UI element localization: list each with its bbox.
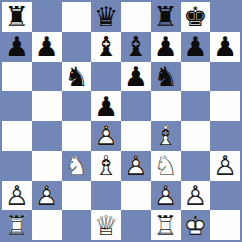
square-d3[interactable]: ♝♗ (91, 151, 121, 181)
black-bishop[interactable]: ♝ (124, 33, 148, 60)
square-a7[interactable]: ♟ (2, 32, 32, 62)
white-knight[interactable]: ♞♘ (154, 152, 178, 179)
white-king[interactable]: ♚♔ (183, 212, 207, 239)
black-king[interactable]: ♚ (183, 3, 207, 30)
white-pawn[interactable]: ♟♙ (5, 182, 29, 209)
white-pawn[interactable]: ♟♙ (35, 182, 59, 209)
square-e4[interactable] (121, 121, 151, 151)
square-c6[interactable]: ♞ (62, 62, 92, 92)
square-e8[interactable] (121, 2, 151, 32)
square-g6[interactable] (181, 62, 211, 92)
square-d8[interactable]: ♛ (91, 2, 121, 32)
square-c2[interactable] (62, 181, 92, 211)
black-knight[interactable]: ♞ (64, 63, 88, 90)
square-d7[interactable]: ♝ (91, 32, 121, 62)
square-c4[interactable] (62, 121, 92, 151)
square-c5[interactable] (62, 91, 92, 121)
square-h3[interactable]: ♟♙ (210, 151, 240, 181)
black-pawn[interactable]: ♟ (35, 33, 59, 60)
square-f7[interactable]: ♟ (151, 32, 181, 62)
square-f4[interactable]: ♝♗ (151, 121, 181, 151)
square-h8[interactable] (210, 2, 240, 32)
square-e5[interactable] (121, 91, 151, 121)
black-pawn[interactable]: ♟ (154, 33, 178, 60)
black-pawn[interactable]: ♟ (124, 63, 148, 90)
square-c7[interactable] (62, 32, 92, 62)
white-bishop[interactable]: ♝♗ (154, 122, 178, 149)
square-e3[interactable]: ♟♙ (121, 151, 151, 181)
square-f6[interactable]: ♞ (151, 62, 181, 92)
square-h1[interactable] (210, 210, 240, 240)
square-d1[interactable]: ♛♕ (91, 210, 121, 240)
square-b2[interactable]: ♟♙ (32, 181, 62, 211)
square-h4[interactable] (210, 121, 240, 151)
square-a6[interactable] (2, 62, 32, 92)
square-b3[interactable] (32, 151, 62, 181)
square-d2[interactable] (91, 181, 121, 211)
black-knight[interactable]: ♞ (154, 63, 178, 90)
square-b7[interactable]: ♟ (32, 32, 62, 62)
square-a8[interactable]: ♜ (2, 2, 32, 32)
square-g1[interactable]: ♚♔ (181, 210, 211, 240)
black-rook[interactable]: ♜ (5, 3, 29, 30)
black-pawn[interactable]: ♟ (94, 93, 118, 120)
white-pawn[interactable]: ♟♙ (124, 152, 148, 179)
square-a3[interactable] (2, 151, 32, 181)
square-h6[interactable] (210, 62, 240, 92)
square-f5[interactable] (151, 91, 181, 121)
square-f3[interactable]: ♞♘ (151, 151, 181, 181)
white-pawn[interactable]: ♟♙ (154, 182, 178, 209)
square-b1[interactable] (32, 210, 62, 240)
square-d4[interactable]: ♟♙ (91, 121, 121, 151)
square-f8[interactable]: ♜ (151, 2, 181, 32)
square-b8[interactable] (32, 2, 62, 32)
square-a5[interactable] (2, 91, 32, 121)
white-pawn[interactable]: ♟♙ (183, 182, 207, 209)
square-g2[interactable]: ♟♙ (181, 181, 211, 211)
square-e7[interactable]: ♝ (121, 32, 151, 62)
square-e2[interactable] (121, 181, 151, 211)
square-c1[interactable] (62, 210, 92, 240)
square-g3[interactable] (181, 151, 211, 181)
square-a4[interactable] (2, 121, 32, 151)
square-f2[interactable]: ♟♙ (151, 181, 181, 211)
square-h5[interactable] (210, 91, 240, 121)
white-rook[interactable]: ♜♖ (154, 212, 178, 239)
square-c8[interactable] (62, 2, 92, 32)
black-bishop[interactable]: ♝ (94, 33, 118, 60)
square-g7[interactable]: ♟ (181, 32, 211, 62)
white-pawn[interactable]: ♟♙ (213, 152, 237, 179)
square-f1[interactable]: ♜♖ (151, 210, 181, 240)
square-b6[interactable] (32, 62, 62, 92)
chess-board: ♜♛♜♚♟♟♝♝♟♟♟♞♟♞♟♟♙♝♗♞♘♝♗♟♙♞♘♟♙♟♙♟♙♟♙♟♙♜♖♛… (0, 0, 242, 242)
white-rook[interactable]: ♜♖ (5, 212, 29, 239)
square-a2[interactable]: ♟♙ (2, 181, 32, 211)
square-g5[interactable] (181, 91, 211, 121)
black-pawn[interactable]: ♟ (183, 33, 207, 60)
square-d6[interactable] (91, 62, 121, 92)
square-g8[interactable]: ♚ (181, 2, 211, 32)
square-h7[interactable]: ♟ (210, 32, 240, 62)
square-e6[interactable]: ♟ (121, 62, 151, 92)
white-pawn[interactable]: ♟♙ (94, 122, 118, 149)
square-b4[interactable] (32, 121, 62, 151)
black-pawn[interactable]: ♟ (213, 33, 237, 60)
square-c3[interactable]: ♞♘ (62, 151, 92, 181)
square-h2[interactable] (210, 181, 240, 211)
white-queen[interactable]: ♛♕ (94, 212, 118, 239)
square-g4[interactable] (181, 121, 211, 151)
black-queen[interactable]: ♛ (94, 3, 118, 30)
black-rook[interactable]: ♜ (154, 3, 178, 30)
white-bishop[interactable]: ♝♗ (94, 152, 118, 179)
square-a1[interactable]: ♜♖ (2, 210, 32, 240)
white-knight[interactable]: ♞♘ (64, 152, 88, 179)
black-pawn[interactable]: ♟ (5, 33, 29, 60)
square-e1[interactable] (121, 210, 151, 240)
square-b5[interactable] (32, 91, 62, 121)
square-d5[interactable]: ♟ (91, 91, 121, 121)
